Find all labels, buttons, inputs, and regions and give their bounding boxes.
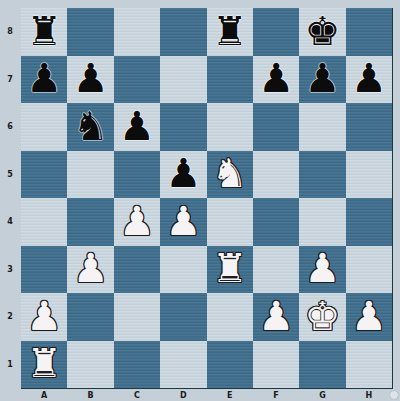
piece-white-king[interactable]: ♚	[305, 296, 341, 336]
piece-white-pawn[interactable]: ♟	[165, 201, 201, 241]
square-a5[interactable]	[21, 151, 67, 199]
piece-white-pawn[interactable]: ♟	[258, 296, 294, 336]
file-label-a: A	[21, 389, 67, 401]
square-e8[interactable]: ♜	[207, 8, 253, 56]
file-label-e: E	[207, 389, 253, 401]
square-c3[interactable]	[114, 246, 160, 294]
chess-board: ♜♜♚♟♟♟♟♟♞♟♟♞♟♟♟♜♟♟♟♚♟♜	[21, 8, 393, 389]
square-c4[interactable]: ♟	[114, 198, 160, 246]
file-label-h: H	[346, 389, 392, 401]
rank-label-8: 8	[0, 8, 20, 56]
piece-black-pawn[interactable]: ♟	[258, 58, 294, 98]
square-d5[interactable]: ♟	[160, 151, 206, 199]
square-h5[interactable]	[346, 151, 392, 199]
piece-white-rook[interactable]: ♜	[212, 248, 248, 288]
square-e5[interactable]: ♞	[207, 151, 253, 199]
square-f2[interactable]: ♟	[253, 293, 299, 341]
square-d1[interactable]	[160, 341, 206, 389]
square-f5[interactable]	[253, 151, 299, 199]
piece-black-pawn[interactable]: ♟	[119, 106, 155, 146]
square-h1[interactable]	[346, 341, 392, 389]
file-label-b: B	[67, 389, 113, 401]
square-b2[interactable]	[67, 293, 113, 341]
piece-black-knight[interactable]: ♞	[73, 106, 109, 146]
square-g2[interactable]: ♚	[299, 293, 345, 341]
square-f4[interactable]	[253, 198, 299, 246]
piece-black-king[interactable]: ♚	[305, 11, 341, 51]
square-d3[interactable]	[160, 246, 206, 294]
square-h3[interactable]	[346, 246, 392, 294]
square-b5[interactable]	[67, 151, 113, 199]
square-b6[interactable]: ♞	[67, 103, 113, 151]
square-a4[interactable]	[21, 198, 67, 246]
rank-label-2: 2	[0, 293, 20, 341]
rank-label-1: 1	[0, 341, 20, 389]
square-f8[interactable]	[253, 8, 299, 56]
piece-white-pawn[interactable]: ♟	[119, 201, 155, 241]
square-g1[interactable]	[299, 341, 345, 389]
piece-black-rook[interactable]: ♜	[26, 11, 62, 51]
square-f3[interactable]	[253, 246, 299, 294]
rank-label-5: 5	[0, 151, 20, 199]
rank-labels: 87654321	[0, 8, 20, 388]
square-c7[interactable]	[114, 56, 160, 104]
square-h8[interactable]	[346, 8, 392, 56]
square-h6[interactable]	[346, 103, 392, 151]
square-d7[interactable]	[160, 56, 206, 104]
square-e6[interactable]	[207, 103, 253, 151]
square-d2[interactable]	[160, 293, 206, 341]
square-d6[interactable]	[160, 103, 206, 151]
square-e2[interactable]	[207, 293, 253, 341]
square-b1[interactable]	[67, 341, 113, 389]
rank-label-4: 4	[0, 198, 20, 246]
rank-label-7: 7	[0, 56, 20, 104]
piece-black-pawn[interactable]: ♟	[73, 58, 109, 98]
file-label-g: G	[299, 389, 345, 401]
piece-black-pawn[interactable]: ♟	[305, 58, 341, 98]
square-e1[interactable]	[207, 341, 253, 389]
square-c6[interactable]: ♟	[114, 103, 160, 151]
piece-black-pawn[interactable]: ♟	[165, 153, 201, 193]
square-h2[interactable]: ♟	[346, 293, 392, 341]
square-g7[interactable]: ♟	[299, 56, 345, 104]
square-e3[interactable]: ♜	[207, 246, 253, 294]
square-h4[interactable]	[346, 198, 392, 246]
square-a2[interactable]: ♟	[21, 293, 67, 341]
piece-black-rook[interactable]: ♜	[212, 11, 248, 51]
square-b7[interactable]: ♟	[67, 56, 113, 104]
square-g3[interactable]: ♟	[299, 246, 345, 294]
square-e4[interactable]	[207, 198, 253, 246]
file-labels: ABCDEFGH	[21, 389, 392, 401]
square-a1[interactable]: ♜	[21, 341, 67, 389]
rank-label-6: 6	[0, 103, 20, 151]
square-g5[interactable]	[299, 151, 345, 199]
square-g6[interactable]	[299, 103, 345, 151]
square-c1[interactable]	[114, 341, 160, 389]
square-b4[interactable]	[67, 198, 113, 246]
square-f7[interactable]: ♟	[253, 56, 299, 104]
piece-white-pawn[interactable]: ♟	[26, 296, 62, 336]
piece-black-pawn[interactable]: ♟	[351, 58, 387, 98]
square-g8[interactable]: ♚	[299, 8, 345, 56]
piece-black-pawn[interactable]: ♟	[26, 58, 62, 98]
piece-white-rook[interactable]: ♜	[26, 343, 62, 383]
square-c2[interactable]	[114, 293, 160, 341]
square-d8[interactable]	[160, 8, 206, 56]
square-d4[interactable]: ♟	[160, 198, 206, 246]
piece-white-knight[interactable]: ♞	[212, 153, 248, 193]
piece-white-pawn[interactable]: ♟	[351, 296, 387, 336]
file-label-c: C	[114, 389, 160, 401]
file-label-d: D	[160, 389, 206, 401]
square-f6[interactable]	[253, 103, 299, 151]
rank-label-3: 3	[0, 246, 20, 294]
square-b8[interactable]	[67, 8, 113, 56]
piece-white-pawn[interactable]: ♟	[305, 248, 341, 288]
file-label-f: F	[253, 389, 299, 401]
square-c5[interactable]	[114, 151, 160, 199]
square-b3[interactable]: ♟	[67, 246, 113, 294]
square-a3[interactable]	[21, 246, 67, 294]
square-h7[interactable]: ♟	[346, 56, 392, 104]
square-e7[interactable]	[207, 56, 253, 104]
square-f1[interactable]	[253, 341, 299, 389]
corner-dot	[390, 391, 398, 399]
chess-diagram: 87654321 ♜♜♚♟♟♟♟♟♞♟♟♞♟♟♟♜♟♟♟♚♟♜ ABCDEFGH	[0, 0, 400, 401]
square-a7[interactable]: ♟	[21, 56, 67, 104]
square-g4[interactable]	[299, 198, 345, 246]
square-a8[interactable]: ♜	[21, 8, 67, 56]
square-c8[interactable]	[114, 8, 160, 56]
piece-white-pawn[interactable]: ♟	[73, 248, 109, 288]
square-a6[interactable]	[21, 103, 67, 151]
